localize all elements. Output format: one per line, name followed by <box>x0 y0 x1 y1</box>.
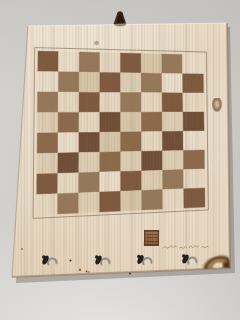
key-hooks <box>41 254 196 266</box>
maker-inscription <box>163 246 208 249</box>
hardware-layer <box>0 0 240 320</box>
wood-specks <box>21 248 131 274</box>
key-hook <box>136 254 151 265</box>
photo-wooden-chessboard-key-rack: { "game": "chess", "scene": { "descripti… <box>0 0 240 320</box>
key-hook <box>181 254 196 265</box>
key-hook <box>41 255 56 266</box>
key-hook <box>94 255 109 266</box>
hanging-nail <box>114 11 127 26</box>
